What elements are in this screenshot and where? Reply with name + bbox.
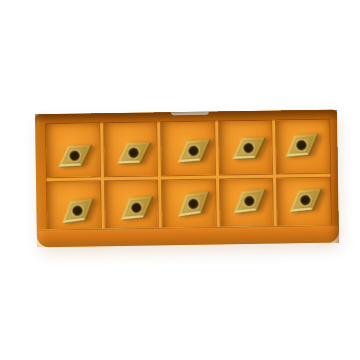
carbide-insert-glyph — [108, 129, 159, 176]
tray-compartment-r2c1 — [47, 181, 100, 230]
carbide-insert-glyph — [111, 184, 162, 232]
carbide-insert-glyph — [224, 177, 275, 226]
insert-tray — [35, 110, 339, 248]
carbide-insert — [223, 124, 274, 171]
tray-compartment-r2c2 — [105, 180, 158, 229]
carbide-insert-glyph — [169, 126, 220, 174]
carbide-insert-glyph — [280, 176, 331, 224]
carbide-insert-glyph — [223, 124, 274, 171]
carbide-insert — [168, 179, 219, 228]
carbide-insert — [111, 184, 162, 232]
carbide-insert — [108, 129, 159, 176]
carbide-insert — [276, 121, 327, 169]
carbide-insert-glyph — [168, 179, 219, 228]
carbide-insert — [224, 177, 275, 226]
tray-compartment-r1c5 — [276, 120, 329, 174]
tray-compartment-r1c4 — [219, 121, 272, 175]
tray-compartment-r1c3 — [161, 122, 214, 176]
product-photo — [0, 0, 360, 360]
tray-compartment-r2c3 — [162, 180, 215, 229]
tray-compartment-r2c5 — [277, 178, 330, 227]
carbide-insert — [280, 176, 331, 224]
tray-compartment-r1c2 — [104, 122, 157, 176]
carbide-insert-glyph — [276, 121, 327, 169]
carbide-insert-glyph — [49, 132, 100, 179]
tray-interior-grid — [46, 120, 331, 230]
tray-compartment-r2c4 — [220, 179, 273, 228]
carbide-insert — [49, 132, 100, 179]
tray-compartment-r1c1 — [46, 123, 99, 177]
tray-front-wall — [37, 225, 339, 248]
carbide-insert — [169, 126, 220, 174]
tray-rim-notch — [171, 112, 209, 116]
